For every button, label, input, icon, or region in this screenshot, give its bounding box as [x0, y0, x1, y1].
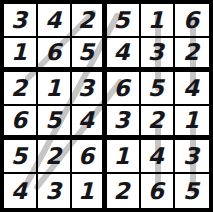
cell-r4c4[interactable]: 3	[107, 106, 141, 140]
cell-r4c5[interactable]: 2	[141, 106, 175, 140]
cell-r3c6[interactable]: 4	[175, 72, 209, 106]
cell-r4c1[interactable]: 6	[4, 106, 38, 140]
cell-r2c5[interactable]: 3	[141, 38, 175, 72]
cell-r3c4[interactable]: 6	[107, 72, 141, 106]
cell-r2c1[interactable]: 1	[4, 38, 38, 72]
cell-r6c4[interactable]: 2	[107, 174, 141, 208]
cell-r4c3[interactable]: 4	[72, 106, 106, 140]
cell-r2c3[interactable]: 5	[72, 38, 106, 72]
cell-r1c5[interactable]: 1	[141, 4, 175, 38]
cell-r6c5[interactable]: 6	[141, 174, 175, 208]
cell-r2c4[interactable]: 4	[107, 38, 141, 72]
cell-r5c4[interactable]: 1	[107, 140, 141, 174]
cell-r4c6[interactable]: 1	[175, 106, 209, 140]
cell-r6c2[interactable]: 3	[38, 174, 72, 208]
cell-r3c1[interactable]: 2	[4, 72, 38, 106]
cell-r5c5[interactable]: 4	[141, 140, 175, 174]
cell-r5c6[interactable]: 3	[175, 140, 209, 174]
cell-r1c2[interactable]: 4	[38, 4, 72, 38]
cell-r6c3[interactable]: 1	[72, 174, 106, 208]
sudoku-grid: 342516165432213654654321526143431265	[4, 4, 209, 208]
cell-r6c1[interactable]: 4	[4, 174, 38, 208]
cell-r2c2[interactable]: 6	[38, 38, 72, 72]
cell-r2c6[interactable]: 2	[175, 38, 209, 72]
sudoku-board: 342516165432213654654321526143431265	[0, 0, 213, 212]
cell-r5c3[interactable]: 6	[72, 140, 106, 174]
cell-r1c6[interactable]: 6	[175, 4, 209, 38]
cell-r5c1[interactable]: 5	[4, 140, 38, 174]
cell-r3c2[interactable]: 1	[38, 72, 72, 106]
cell-r1c4[interactable]: 5	[107, 4, 141, 38]
cell-r6c6[interactable]: 5	[175, 174, 209, 208]
cell-r4c2[interactable]: 5	[38, 106, 72, 140]
cell-r3c5[interactable]: 5	[141, 72, 175, 106]
cell-r1c3[interactable]: 2	[72, 4, 106, 38]
cell-r1c1[interactable]: 3	[4, 4, 38, 38]
cell-r5c2[interactable]: 2	[38, 140, 72, 174]
cell-r3c3[interactable]: 3	[72, 72, 106, 106]
